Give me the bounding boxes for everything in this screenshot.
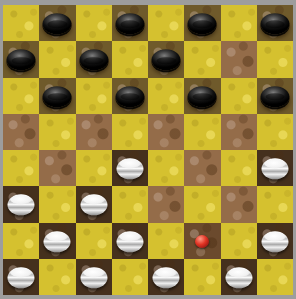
white-piece[interactable] — [80, 267, 107, 288]
square-r6c3[interactable] — [76, 186, 112, 222]
square-r1c3[interactable] — [76, 5, 112, 41]
square-r2c7[interactable] — [221, 41, 257, 77]
black-piece[interactable] — [188, 86, 217, 107]
black-piece[interactable] — [79, 50, 108, 71]
square-r5c2[interactable] — [39, 150, 75, 186]
white-piece[interactable] — [116, 158, 143, 179]
white-piece[interactable] — [116, 231, 143, 252]
square-r2c5[interactable] — [148, 41, 184, 77]
square-r3c3[interactable] — [76, 78, 112, 114]
square-r3c1[interactable] — [3, 78, 39, 114]
square-r3c8[interactable] — [257, 78, 293, 114]
square-r4c4[interactable] — [112, 114, 148, 150]
square-r1c8[interactable] — [257, 5, 293, 41]
square-r8c7[interactable] — [221, 259, 257, 295]
square-r6c8[interactable] — [257, 186, 293, 222]
square-r6c6[interactable] — [184, 186, 220, 222]
square-r7c1[interactable] — [3, 223, 39, 259]
white-piece[interactable] — [261, 231, 288, 252]
square-r4c8[interactable] — [257, 114, 293, 150]
board — [3, 5, 293, 295]
square-r6c1[interactable] — [3, 186, 39, 222]
white-piece[interactable] — [261, 158, 288, 179]
square-r1c5[interactable] — [148, 5, 184, 41]
square-r5c5[interactable] — [148, 150, 184, 186]
square-r2c2[interactable] — [39, 41, 75, 77]
square-r3c6[interactable] — [184, 78, 220, 114]
black-piece[interactable] — [43, 13, 72, 34]
square-r1c1[interactable] — [3, 5, 39, 41]
square-r7c7[interactable] — [221, 223, 257, 259]
square-r4c7[interactable] — [221, 114, 257, 150]
square-r3c5[interactable] — [148, 78, 184, 114]
square-r2c8[interactable] — [257, 41, 293, 77]
square-r7c5[interactable] — [148, 223, 184, 259]
white-piece[interactable] — [8, 267, 35, 288]
square-r7c4[interactable] — [112, 223, 148, 259]
square-r4c3[interactable] — [76, 114, 112, 150]
square-r3c7[interactable] — [221, 78, 257, 114]
square-r2c1[interactable] — [3, 41, 39, 77]
square-r7c8[interactable] — [257, 223, 293, 259]
white-piece[interactable] — [80, 195, 107, 216]
square-r6c2[interactable] — [39, 186, 75, 222]
square-r1c6[interactable] — [184, 5, 220, 41]
square-r2c4[interactable] — [112, 41, 148, 77]
square-r8c4[interactable] — [112, 259, 148, 295]
square-r8c1[interactable] — [3, 259, 39, 295]
square-r4c5[interactable] — [148, 114, 184, 150]
white-piece[interactable] — [44, 231, 71, 252]
black-piece[interactable] — [115, 86, 144, 107]
checkers-board-window — [0, 0, 296, 299]
square-r1c2[interactable] — [39, 5, 75, 41]
square-r1c7[interactable] — [221, 5, 257, 41]
square-r7c3[interactable] — [76, 223, 112, 259]
square-r2c3[interactable] — [76, 41, 112, 77]
black-piece[interactable] — [188, 13, 217, 34]
red-marker[interactable] — [195, 235, 209, 248]
square-r5c6[interactable] — [184, 150, 220, 186]
square-r6c4[interactable] — [112, 186, 148, 222]
square-r8c2[interactable] — [39, 259, 75, 295]
square-r7c6[interactable] — [184, 223, 220, 259]
square-r3c4[interactable] — [112, 78, 148, 114]
square-r4c6[interactable] — [184, 114, 220, 150]
square-r5c4[interactable] — [112, 150, 148, 186]
square-r6c5[interactable] — [148, 186, 184, 222]
white-piece[interactable] — [225, 267, 252, 288]
white-piece[interactable] — [153, 267, 180, 288]
square-r5c1[interactable] — [3, 150, 39, 186]
square-r7c2[interactable] — [39, 223, 75, 259]
black-piece[interactable] — [43, 86, 72, 107]
square-r2c6[interactable] — [184, 41, 220, 77]
square-r8c5[interactable] — [148, 259, 184, 295]
square-r6c7[interactable] — [221, 186, 257, 222]
square-r8c8[interactable] — [257, 259, 293, 295]
white-piece[interactable] — [8, 195, 35, 216]
black-piece[interactable] — [115, 13, 144, 34]
square-r4c2[interactable] — [39, 114, 75, 150]
square-r1c4[interactable] — [112, 5, 148, 41]
square-r8c3[interactable] — [76, 259, 112, 295]
square-r5c7[interactable] — [221, 150, 257, 186]
square-r8c6[interactable] — [184, 259, 220, 295]
square-r5c3[interactable] — [76, 150, 112, 186]
square-r5c8[interactable] — [257, 150, 293, 186]
black-piece[interactable] — [152, 50, 181, 71]
square-r3c2[interactable] — [39, 78, 75, 114]
black-piece[interactable] — [260, 86, 289, 107]
black-piece[interactable] — [7, 50, 36, 71]
black-piece[interactable] — [260, 13, 289, 34]
square-r4c1[interactable] — [3, 114, 39, 150]
